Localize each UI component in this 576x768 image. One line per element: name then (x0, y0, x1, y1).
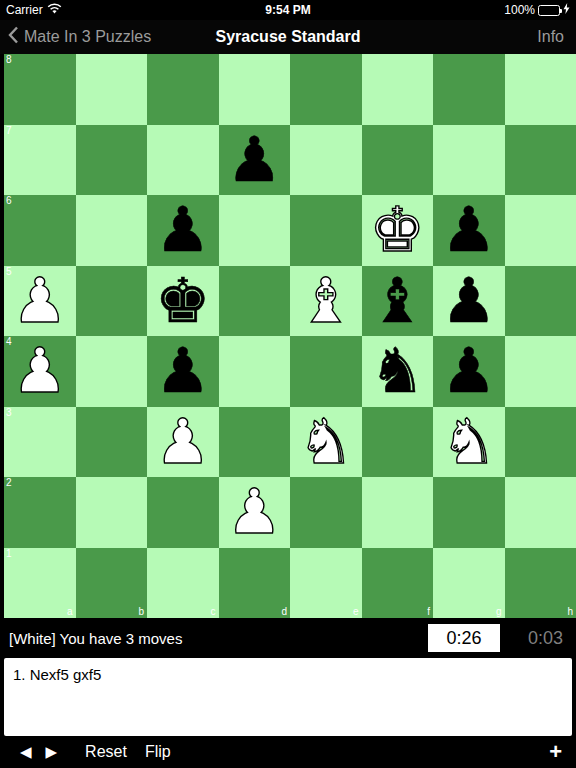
white-pawn-a5[interactable]: ♟ (12, 270, 68, 332)
move-list-panel[interactable]: 1. Nexf5 gxf5 (4, 658, 572, 736)
square-b7[interactable] (76, 125, 148, 196)
square-d4[interactable] (219, 336, 291, 407)
square-g3[interactable]: ♞ (433, 407, 505, 478)
flip-button[interactable]: Flip (145, 743, 171, 761)
square-a3[interactable]: 3 (4, 407, 76, 478)
black-pawn-c4[interactable]: ♟ (155, 340, 211, 402)
square-c5[interactable]: ♚ (147, 266, 219, 337)
square-a6[interactable]: 6 (4, 195, 76, 266)
timer-main: 0:26 (428, 624, 500, 652)
white-pawn-a4[interactable]: ♟ (12, 340, 68, 402)
rank-label-6: 6 (6, 196, 12, 206)
file-label-h: h (567, 607, 573, 617)
square-g1[interactable]: g (433, 548, 505, 619)
square-d1[interactable]: d (219, 548, 291, 619)
rank-label-4: 4 (6, 337, 12, 347)
square-d7[interactable]: ♟ (219, 125, 291, 196)
square-e7[interactable] (290, 125, 362, 196)
clock-time: 9:54 PM (0, 3, 576, 17)
square-d6[interactable] (219, 195, 291, 266)
square-g7[interactable] (433, 125, 505, 196)
square-d5[interactable] (219, 266, 291, 337)
square-h8[interactable] (505, 54, 576, 125)
chess-board: 87♟6♟♚♟5♟♚♝♝♟4♟♟♞♟3♟♞♞2♟1abcdefgh (4, 54, 576, 618)
square-h2[interactable] (505, 477, 576, 548)
black-king-c5[interactable]: ♚ (155, 270, 211, 332)
square-c6[interactable]: ♟ (147, 195, 219, 266)
square-b4[interactable] (76, 336, 148, 407)
white-pawn-d2[interactable]: ♟ (226, 481, 282, 543)
square-g4[interactable]: ♟ (433, 336, 505, 407)
black-pawn-g6[interactable]: ♟ (441, 199, 497, 261)
rank-label-5: 5 (6, 267, 12, 277)
move-list-line: 1. Nexf5 gxf5 (13, 666, 101, 683)
square-c1[interactable]: c (147, 548, 219, 619)
square-b1[interactable]: b (76, 548, 148, 619)
white-king-f6[interactable]: ♚ (369, 199, 425, 261)
square-e8[interactable] (290, 54, 362, 125)
square-e1[interactable]: e (290, 548, 362, 619)
square-f5[interactable]: ♝ (362, 266, 434, 337)
square-a1[interactable]: 1a (4, 548, 76, 619)
white-knight-g3[interactable]: ♞ (441, 411, 497, 473)
info-button[interactable]: Info (537, 20, 564, 54)
square-a8[interactable]: 8 (4, 54, 76, 125)
black-pawn-g5[interactable]: ♟ (441, 270, 497, 332)
file-label-f: f (427, 607, 430, 617)
battery-percent: 100% (504, 3, 535, 17)
add-button[interactable]: + (549, 741, 562, 763)
square-f2[interactable] (362, 477, 434, 548)
battery-icon (538, 5, 560, 16)
turn-message: [White] You have 3 moves (9, 630, 182, 647)
square-e2[interactable] (290, 477, 362, 548)
rank-label-8: 8 (6, 55, 12, 65)
square-g8[interactable] (433, 54, 505, 125)
file-label-e: e (353, 607, 359, 617)
rank-label-2: 2 (6, 478, 12, 488)
square-b5[interactable] (76, 266, 148, 337)
nav-bar: Mate In 3 Puzzles Syracuse Standard Info (0, 20, 576, 54)
charging-bolt-icon (563, 3, 570, 17)
square-a2[interactable]: 2 (4, 477, 76, 548)
status-bar: Carrier 9:54 PM 100% (0, 0, 576, 20)
black-knight-f4[interactable]: ♞ (369, 340, 425, 402)
square-c4[interactable]: ♟ (147, 336, 219, 407)
square-c3[interactable]: ♟ (147, 407, 219, 478)
square-a5[interactable]: 5♟ (4, 266, 76, 337)
black-pawn-g4[interactable]: ♟ (441, 340, 497, 402)
reset-button[interactable]: Reset (85, 743, 127, 761)
black-pawn-d7[interactable]: ♟ (226, 129, 282, 191)
file-label-a: a (67, 607, 73, 617)
white-bishop-e5[interactable]: ♝ (298, 270, 354, 332)
bottom-toolbar: ◀ ▶ Reset Flip + (0, 736, 576, 768)
square-g2[interactable] (433, 477, 505, 548)
square-a7[interactable]: 7 (4, 125, 76, 196)
white-knight-e3[interactable]: ♞ (298, 411, 354, 473)
square-d3[interactable] (219, 407, 291, 478)
square-f3[interactable] (362, 407, 434, 478)
next-move-button[interactable]: ▶ (46, 743, 58, 761)
square-b3[interactable] (76, 407, 148, 478)
square-g6[interactable]: ♟ (433, 195, 505, 266)
square-a4[interactable]: 4♟ (4, 336, 76, 407)
rank-label-3: 3 (6, 408, 12, 418)
file-label-b: b (138, 607, 144, 617)
square-f8[interactable] (362, 54, 434, 125)
square-h5[interactable] (505, 266, 576, 337)
square-e6[interactable] (290, 195, 362, 266)
square-c8[interactable] (147, 54, 219, 125)
square-c7[interactable] (147, 125, 219, 196)
black-pawn-c6[interactable]: ♟ (155, 199, 211, 261)
status-strip: [White] You have 3 moves 0:26 0:03 (0, 618, 576, 658)
file-label-c: c (211, 607, 216, 617)
square-g5[interactable]: ♟ (433, 266, 505, 337)
square-h7[interactable] (505, 125, 576, 196)
white-pawn-c3[interactable]: ♟ (155, 411, 211, 473)
square-h1[interactable]: h (505, 548, 576, 619)
file-label-g: g (496, 607, 502, 617)
prev-move-button[interactable]: ◀ (20, 743, 32, 761)
square-h6[interactable] (505, 195, 576, 266)
timer-secondary: 0:03 (528, 624, 563, 652)
rank-label-1: 1 (6, 549, 12, 559)
square-b6[interactable] (76, 195, 148, 266)
square-b8[interactable] (76, 54, 148, 125)
rank-label-7: 7 (6, 126, 12, 136)
square-e3[interactable]: ♞ (290, 407, 362, 478)
square-f7[interactable] (362, 125, 434, 196)
square-d2[interactable]: ♟ (219, 477, 291, 548)
black-bishop-f5[interactable]: ♝ (369, 270, 425, 332)
file-label-d: d (281, 607, 287, 617)
square-f1[interactable]: f (362, 548, 434, 619)
page-title: Syracuse Standard (0, 20, 576, 54)
square-h3[interactable] (505, 407, 576, 478)
square-b2[interactable] (76, 477, 148, 548)
square-e5[interactable]: ♝ (290, 266, 362, 337)
square-e4[interactable] (290, 336, 362, 407)
square-f4[interactable]: ♞ (362, 336, 434, 407)
square-h4[interactable] (505, 336, 576, 407)
square-d8[interactable] (219, 54, 291, 125)
square-f6[interactable]: ♚ (362, 195, 434, 266)
square-c2[interactable] (147, 477, 219, 548)
